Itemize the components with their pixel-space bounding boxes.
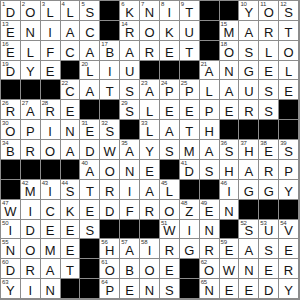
cell-r15c9[interactable]: S (160, 279, 180, 299)
cell-letter: N (140, 284, 159, 297)
cell-r15c15[interactable]: Y (279, 279, 299, 299)
cell-r8c14[interactable]: 38E (259, 140, 279, 160)
cell-r4c15[interactable]: L (279, 61, 299, 81)
cell-r11c12[interactable]: N (220, 200, 240, 220)
cell-letter: I (140, 244, 159, 257)
cell-r12c14[interactable]: 53U (259, 220, 279, 240)
cell-r1c14[interactable]: 11O (259, 1, 279, 21)
cell-letter: N (120, 165, 139, 178)
cell-letter: G (239, 185, 258, 198)
cell-letter: O (259, 6, 278, 19)
cell-r2c1[interactable]: 13E (1, 21, 21, 41)
cell-r7c1[interactable]: 30O (1, 120, 21, 140)
cell-letter: A (200, 65, 219, 78)
cell-r4c2[interactable]: Y (21, 61, 41, 81)
cell-r2c2[interactable]: N (21, 21, 41, 41)
cell-r10c2[interactable]: 42M (21, 180, 41, 200)
cell-r6c2[interactable]: 27A (21, 100, 41, 120)
cell-letter: I (41, 125, 60, 138)
cell-letter: P (180, 85, 199, 98)
cell-letter: R (200, 244, 219, 257)
cell-r8c13[interactable]: 37H (239, 140, 259, 160)
cell-letter: E (200, 205, 219, 218)
cell-r12c5[interactable]: S (80, 220, 100, 240)
cell-letter: S (259, 85, 278, 98)
cell-r11c4[interactable]: K (61, 200, 81, 220)
cell-r11c8[interactable]: R (140, 200, 160, 220)
cell-letter: A (140, 185, 159, 198)
cell-r12c9[interactable]: 51W (160, 220, 180, 240)
cell-r15c8[interactable]: N (140, 279, 160, 299)
cell-r1c5[interactable]: 5S (80, 1, 100, 21)
cell-r3c4[interactable]: C (61, 41, 81, 61)
crossword-grid: 1D2O3L4L5S6K7N8I9T10Y11O12S13ENIAC14ROKU… (0, 0, 300, 300)
cell-letter: H (239, 145, 258, 158)
cell-letter: N (200, 284, 219, 297)
cell-letter: A (200, 145, 219, 158)
cell-r6c9[interactable]: E (160, 100, 180, 120)
cell-r11c10[interactable]: 48Z (180, 200, 200, 220)
cell-letter: T (180, 46, 199, 59)
cell-r4c7[interactable]: U (120, 61, 140, 81)
cell-r15c14[interactable]: D (259, 279, 279, 299)
cell-letter: O (220, 46, 239, 59)
cell-r11c1[interactable]: 47W (1, 200, 21, 220)
cell-r4c12[interactable]: N (220, 61, 240, 81)
cell-r6c8[interactable]: L (140, 100, 160, 120)
cell-letter: K (160, 26, 179, 39)
cell-r13c10[interactable]: G (180, 239, 200, 259)
cell-letter: E (259, 65, 278, 78)
cell-r7c6[interactable]: 32S (100, 120, 120, 140)
cell-r7c11[interactable]: H (200, 120, 220, 140)
cell-r14c3[interactable]: A (41, 259, 61, 279)
cell-r11c11[interactable]: 49E (200, 200, 220, 220)
cell-r12c11[interactable]: N (200, 220, 220, 240)
cell-r9c11[interactable]: S (200, 160, 220, 180)
cell-r11c5[interactable]: E (80, 200, 100, 220)
cell-r5c15[interactable]: E (279, 80, 299, 100)
cell-letter: N (21, 26, 40, 39)
cell-letter: E (61, 244, 80, 257)
block-cell-r5c2 (21, 80, 41, 100)
cell-r12c15[interactable]: 54V (279, 220, 299, 240)
cell-letter: E (259, 145, 278, 158)
cell-letter: L (41, 6, 60, 19)
cell-r5c10[interactable]: 25P (180, 80, 200, 100)
cell-letter: H (200, 125, 219, 138)
cell-r11c7[interactable]: F (120, 200, 140, 220)
cell-letter: N (1, 244, 20, 257)
cell-r4c5[interactable]: 20L (80, 61, 100, 81)
cell-letter: S (259, 105, 278, 118)
cell-r8c6[interactable]: W (100, 140, 120, 160)
cell-r3c15[interactable]: O (279, 41, 299, 61)
cell-r15c1[interactable]: 63Y (1, 279, 21, 299)
cell-letter: S (200, 165, 219, 178)
cell-letter: D (1, 264, 20, 277)
cell-r8c7[interactable]: 35A (120, 140, 140, 160)
cell-r4c11[interactable]: 21A (200, 61, 220, 81)
cell-r4c13[interactable]: G (239, 61, 259, 81)
cell-r12c2[interactable]: D (21, 220, 41, 240)
cell-r8c10[interactable]: M (180, 140, 200, 160)
cell-letter: E (80, 205, 99, 218)
cell-letter: D (100, 205, 119, 218)
cell-r2c4[interactable]: A (61, 21, 81, 41)
cell-r10c13[interactable]: G (239, 180, 259, 200)
cell-r6c10[interactable]: E (180, 100, 200, 120)
cell-r14c4[interactable]: T (61, 259, 81, 279)
cell-r12c3[interactable]: E (41, 220, 61, 240)
cell-r2c10[interactable]: U (180, 21, 200, 41)
cell-r6c14[interactable]: S (259, 100, 279, 120)
cell-r6c3[interactable]: 28R (41, 100, 61, 120)
cell-r5c9[interactable]: 24P (160, 80, 180, 100)
cell-r10c5[interactable]: T (80, 180, 100, 200)
cell-letter: A (80, 46, 99, 59)
cell-r3c6[interactable]: 17B (100, 41, 120, 61)
cell-letter: D (180, 165, 199, 178)
cell-r2c7[interactable]: 14R (120, 21, 140, 41)
cell-r8c3[interactable]: O (41, 140, 61, 160)
cell-letter: U (180, 26, 199, 39)
cell-letter: A (61, 26, 80, 39)
cell-r14c15[interactable]: R (279, 259, 299, 279)
cell-letter: L (259, 46, 278, 59)
cell-r6c11[interactable]: P (200, 100, 220, 120)
cell-letter: S (80, 224, 99, 237)
block-cell-r14c10 (180, 259, 200, 279)
cell-r7c3[interactable]: I (41, 120, 61, 140)
cell-letter: A (80, 165, 99, 178)
cell-r10c14[interactable]: G (259, 180, 279, 200)
cell-letter: R (239, 105, 258, 118)
cell-r11c9[interactable]: O (160, 200, 180, 220)
cell-r11c3[interactable]: C (41, 200, 61, 220)
cell-r13c15[interactable]: E (279, 239, 299, 259)
cell-letter: I (120, 185, 139, 198)
cell-r4c1[interactable]: 19D (1, 61, 21, 81)
cell-letter: E (140, 165, 159, 178)
cell-r15c11[interactable]: 65N (200, 279, 220, 299)
cell-r14c9[interactable]: E (160, 259, 180, 279)
cell-r10c6[interactable]: R (100, 180, 120, 200)
cell-r3c12[interactable]: 18O (220, 41, 240, 61)
cell-letter: K (61, 205, 80, 218)
cell-r8c8[interactable]: Y (140, 140, 160, 160)
cell-r10c15[interactable]: Y (279, 180, 299, 200)
cell-letter: W (1, 205, 20, 218)
cell-r5c11[interactable]: L (200, 80, 220, 100)
cell-letter: T (100, 85, 119, 98)
cell-r13c9[interactable]: R (160, 239, 180, 259)
cell-letter: W (160, 224, 179, 237)
block-cell-r9c3 (41, 160, 61, 180)
cell-r3c13[interactable]: S (239, 41, 259, 61)
cell-r5c8[interactable]: 23A (140, 80, 160, 100)
cell-r2c13[interactable]: A (239, 21, 259, 41)
cell-r14c11[interactable]: 62O (200, 259, 220, 279)
cell-r8c5[interactable]: D (80, 140, 100, 160)
cell-r3c9[interactable]: E (160, 41, 180, 61)
cell-r6c7[interactable]: 29S (120, 100, 140, 120)
cell-r14c6[interactable]: 61O (100, 259, 120, 279)
cell-letter: M (220, 26, 239, 39)
cell-r9c6[interactable]: O (100, 160, 120, 180)
cell-r15c2[interactable]: I (21, 279, 41, 299)
cell-r9c15[interactable]: P (279, 160, 299, 180)
cell-r5c7[interactable]: S (120, 80, 140, 100)
cell-r3c1[interactable]: 16E (1, 41, 21, 61)
block-cell-r11c13 (239, 200, 259, 220)
cell-r5c13[interactable]: U (239, 80, 259, 100)
cell-r5c4[interactable]: 22C (61, 80, 81, 100)
cell-r8c15[interactable]: 39S (279, 140, 299, 160)
cell-r10c9[interactable]: 45L (160, 180, 180, 200)
block-cell-r10c1 (1, 180, 21, 200)
cell-r7c4[interactable]: N (61, 120, 81, 140)
cell-r2c5[interactable]: C (80, 21, 100, 41)
cell-r9c14[interactable]: R (259, 160, 279, 180)
block-cell-r12c12 (220, 220, 240, 240)
cell-r8c12[interactable]: 36S (220, 140, 240, 160)
cell-r4c14[interactable]: E (259, 61, 279, 81)
cell-r1c4[interactable]: 4L (61, 1, 81, 21)
cell-r15c12[interactable]: E (220, 279, 240, 299)
cell-r13c14[interactable]: S (259, 239, 279, 259)
cell-r9c5[interactable]: 40A (80, 160, 100, 180)
cell-letter: I (41, 26, 60, 39)
cell-r14c2[interactable]: R (21, 259, 41, 279)
cell-r4c6[interactable]: I (100, 61, 120, 81)
cell-letter: I (1, 224, 20, 237)
cell-r1c10[interactable]: 9T (180, 1, 200, 21)
cell-r10c4[interactable]: 44S (61, 180, 81, 200)
cell-r15c3[interactable]: N (41, 279, 61, 299)
cell-r10c7[interactable]: I (120, 180, 140, 200)
cell-letter: Y (21, 65, 40, 78)
cell-letter: L (140, 105, 159, 118)
cell-r7c10[interactable]: T (180, 120, 200, 140)
cell-letter: I (180, 224, 199, 237)
cell-letter: Z (180, 205, 199, 218)
cell-r11c2[interactable]: I (21, 200, 41, 220)
block-cell-r1c11 (200, 1, 220, 21)
cell-r12c4[interactable]: E (61, 220, 81, 240)
cell-letter: R (21, 145, 40, 158)
block-cell-r7c15 (279, 120, 299, 140)
cell-letter: M (41, 244, 60, 257)
cell-letter: R (100, 185, 119, 198)
cell-r13c8[interactable]: 58I (140, 239, 160, 259)
block-cell-r2c6 (100, 21, 120, 41)
cell-r12c13[interactable]: 52S (239, 220, 259, 240)
cell-letter: E (279, 244, 298, 257)
cell-r12c10[interactable]: I (180, 220, 200, 240)
block-cell-r12c6 (100, 220, 120, 240)
cell-r13c2[interactable]: O (21, 239, 41, 259)
cell-r15c7[interactable]: E (120, 279, 140, 299)
cell-r9c13[interactable]: A (239, 160, 259, 180)
cell-r8c2[interactable]: R (21, 140, 41, 160)
cell-r7c5[interactable]: 31E (80, 120, 100, 140)
cell-letter: A (120, 46, 139, 59)
cell-letter: A (220, 85, 239, 98)
cell-r6c12[interactable]: E (220, 100, 240, 120)
cell-r14c1[interactable]: 60D (1, 259, 21, 279)
cell-r14c7[interactable]: B (120, 259, 140, 279)
cell-r2c9[interactable]: K (160, 21, 180, 41)
cell-r13c4[interactable]: E (61, 239, 81, 259)
cell-letter: T (180, 125, 199, 138)
cell-r1c15[interactable]: 12S (279, 1, 299, 21)
cell-r9c8[interactable]: E (140, 160, 160, 180)
cell-r1c2[interactable]: 2O (21, 1, 41, 21)
cell-r15c13[interactable]: E (239, 279, 259, 299)
cell-r6c13[interactable]: R (239, 100, 259, 120)
cell-r13c3[interactable]: M (41, 239, 61, 259)
block-cell-r4c9 (160, 61, 180, 81)
cell-letter: A (239, 244, 258, 257)
cell-r8c1[interactable]: 34B (1, 140, 21, 160)
cell-r2c14[interactable]: R (259, 21, 279, 41)
cell-letter: E (220, 244, 239, 257)
cell-letter: A (120, 145, 139, 158)
cell-letter: S (259, 244, 278, 257)
cell-letter: R (41, 105, 60, 118)
block-cell-r7c7 (120, 120, 140, 140)
cell-letter: E (239, 284, 258, 297)
cell-r1c7[interactable]: 6K (120, 1, 140, 21)
cell-r10c8[interactable]: A (140, 180, 160, 200)
cell-r7c2[interactable]: P (21, 120, 41, 140)
block-cell-r13c5 (80, 239, 100, 259)
cell-r14c14[interactable]: E (259, 259, 279, 279)
cell-letter: S (160, 145, 179, 158)
cell-letter: C (61, 46, 80, 59)
cell-r13c12[interactable]: 59E (220, 239, 240, 259)
cell-r1c1[interactable]: 1D (1, 1, 21, 21)
cell-letter: O (140, 264, 159, 277)
cell-letter: R (1, 105, 20, 118)
cell-r2c3[interactable]: I (41, 21, 61, 41)
block-cell-r11c14 (259, 200, 279, 220)
cell-r8c9[interactable]: S (160, 140, 180, 160)
cell-letter: D (1, 65, 20, 78)
cell-letter: O (279, 46, 298, 59)
cell-r1c8[interactable]: 7N (140, 1, 160, 21)
block-cell-r7c13 (239, 120, 259, 140)
cell-r5c5[interactable]: A (80, 80, 100, 100)
cell-letter: B (100, 46, 119, 59)
cell-r14c8[interactable]: O (140, 259, 160, 279)
cell-r13c1[interactable]: 55N (1, 239, 21, 259)
cell-letter: S (160, 284, 179, 297)
cell-r14c12[interactable]: W (220, 259, 240, 279)
cell-r15c6[interactable]: 64P (100, 279, 120, 299)
cell-letter: T (279, 26, 298, 39)
cell-r10c12[interactable]: 46I (220, 180, 240, 200)
cell-r9c10[interactable]: 41D (180, 160, 200, 180)
cell-r2c12[interactable]: 15M (220, 21, 240, 41)
cell-r3c8[interactable]: R (140, 41, 160, 61)
cell-r3c5[interactable]: A (80, 41, 100, 61)
cell-letter: R (259, 26, 278, 39)
block-cell-r1c6 (100, 1, 120, 21)
cell-letter: A (80, 85, 99, 98)
cell-letter: L (21, 46, 40, 59)
cell-r13c7[interactable]: 57A (120, 239, 140, 259)
cell-letter: S (239, 224, 258, 237)
cell-letter: D (1, 6, 20, 19)
cell-r4c3[interactable]: E (41, 61, 61, 81)
cell-letter: E (41, 65, 60, 78)
cell-letter: L (80, 65, 99, 78)
cell-letter: Y (140, 145, 159, 158)
cell-r3c2[interactable]: L (21, 41, 41, 61)
cell-letter: T (80, 185, 99, 198)
cell-r7c8[interactable]: 33L (140, 120, 160, 140)
block-cell-r9c2 (21, 160, 41, 180)
cell-letter: H (100, 244, 119, 257)
block-cell-r9c1 (1, 160, 21, 180)
block-cell-r6c6 (100, 100, 120, 120)
cell-r9c12[interactable]: H (220, 160, 240, 180)
cell-r10c3[interactable]: 43I (41, 180, 61, 200)
cell-r6c4[interactable]: E (61, 100, 81, 120)
cell-letter: I (21, 284, 40, 297)
cell-letter: N (220, 65, 239, 78)
cell-r1c13[interactable]: 10Y (239, 1, 259, 21)
cell-r12c1[interactable]: 50I (1, 220, 21, 240)
cell-r1c9[interactable]: 8I (160, 1, 180, 21)
cell-letter: L (279, 65, 298, 78)
cell-r3c7[interactable]: A (120, 41, 140, 61)
cell-letter: N (200, 224, 219, 237)
cell-r8c11[interactable]: A (200, 140, 220, 160)
cell-r3c14[interactable]: L (259, 41, 279, 61)
cell-letter: B (120, 264, 139, 277)
cell-r14c13[interactable]: N (239, 259, 259, 279)
cell-r2c8[interactable]: O (140, 21, 160, 41)
cell-letter: N (61, 125, 80, 138)
cell-r13c6[interactable]: 56H (100, 239, 120, 259)
cell-r11c6[interactable]: D (100, 200, 120, 220)
cell-letter: A (41, 264, 60, 277)
cell-r13c13[interactable]: A (239, 239, 259, 259)
cell-r2c15[interactable]: T (279, 21, 299, 41)
cell-letter: S (279, 6, 298, 19)
cell-letter: A (239, 165, 258, 178)
cell-letter: P (279, 165, 298, 178)
cell-r3c10[interactable]: T (180, 41, 200, 61)
cell-letter: T (180, 6, 199, 19)
cell-r6c1[interactable]: 26R (1, 100, 21, 120)
cell-r1c3[interactable]: 3L (41, 1, 61, 21)
cell-letter: S (100, 125, 119, 138)
cell-letter: A (160, 125, 179, 138)
cell-r8c4[interactable]: A (61, 140, 81, 160)
cell-r5c14[interactable]: S (259, 80, 279, 100)
cell-r5c12[interactable]: A (220, 80, 240, 100)
cell-r5c6[interactable]: T (100, 80, 120, 100)
cell-letter: U (120, 65, 139, 78)
cell-r9c7[interactable]: N (120, 160, 140, 180)
cell-r7c9[interactable]: A (160, 120, 180, 140)
cell-r3c3[interactable]: F (41, 41, 61, 61)
cell-r13c11[interactable]: R (200, 239, 220, 259)
